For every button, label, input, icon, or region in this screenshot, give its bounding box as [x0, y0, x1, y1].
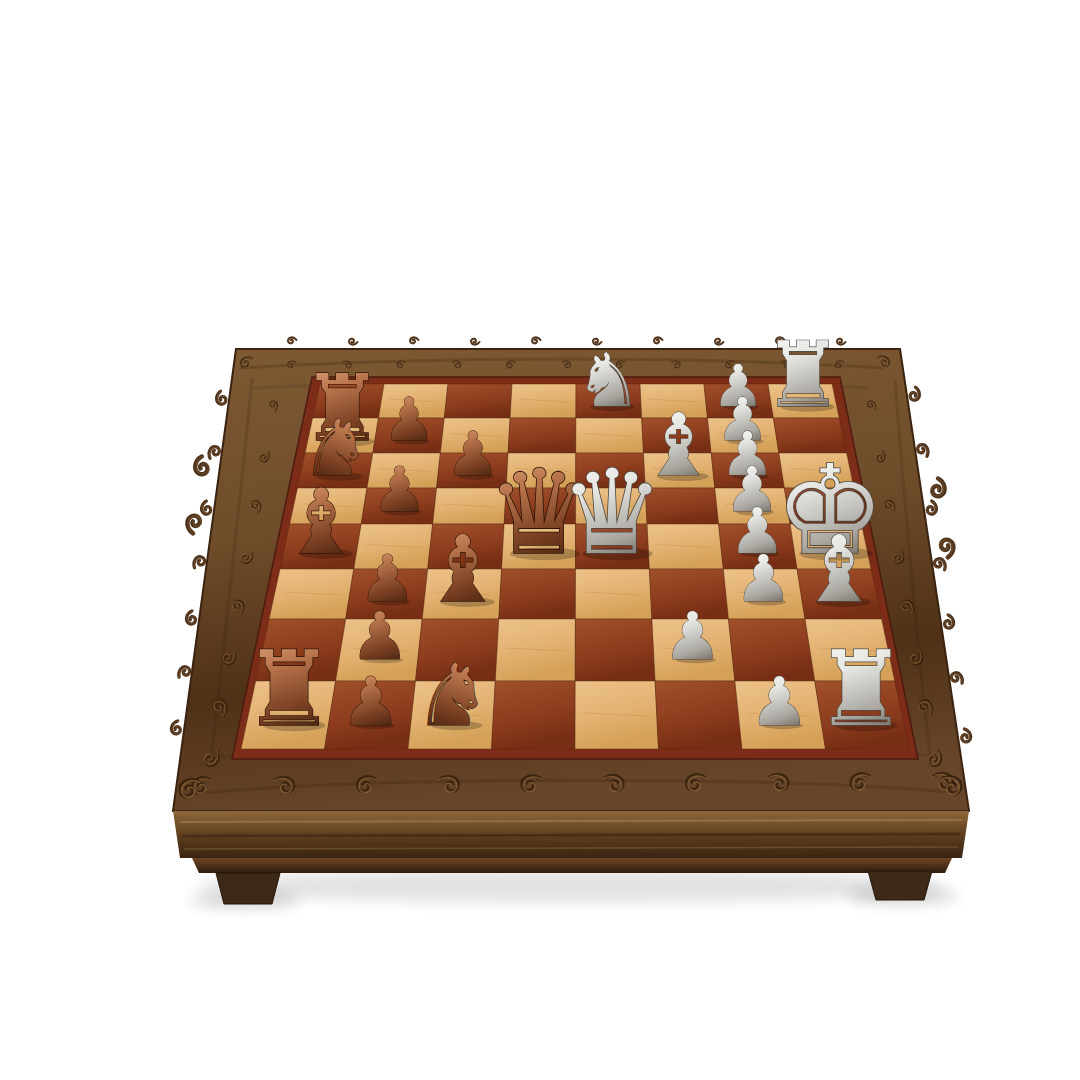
piece-silver-pawn-g1: ♟ — [749, 663, 809, 741]
piece-silver-rook-h8: ♜ — [763, 323, 844, 427]
piece-copper-bishop-a4: ♝ — [281, 470, 361, 574]
square-f1 — [655, 681, 742, 749]
piece-copper-pawn-b1: ♟ — [341, 663, 401, 741]
ground-shadow — [190, 869, 958, 908]
piece-copper-pawn-b7: ♟ — [382, 385, 435, 454]
piece-silver-bishop-h3: ♝ — [798, 516, 880, 623]
square-c8 — [444, 384, 512, 418]
piece-copper-pawn-b5: ♟ — [372, 454, 427, 526]
square-d1 — [492, 681, 576, 749]
piece-silver-queen-e4: ♛ — [560, 444, 665, 581]
piece-copper-knight-c1: ♞ — [414, 645, 491, 745]
piece-silver-pawn-g3: ♟ — [735, 541, 793, 616]
piece-copper-bishop-c3: ♝ — [422, 516, 504, 623]
board-foot-left — [216, 873, 280, 904]
board-foot-right — [868, 871, 932, 900]
piece-silver-knight-e8: ♞ — [575, 337, 642, 423]
piece-copper-rook-a1: ♜ — [243, 628, 336, 750]
chess-board: ♞♟♜♜♟♟♞♟♝♟♟♟♝♛♛♟♚♟♝♟♝♟♟♜♟♞♟♜ — [40, 16, 1080, 1080]
piece-silver-rook-h1: ♜ — [814, 628, 907, 750]
piece-silver-pawn-f2: ♟ — [663, 598, 722, 675]
square-e2 — [575, 619, 655, 681]
chess-set-photo: ♞♟♜♜♟♟♞♟♝♟♟♟♝♛♛♟♚♟♝♟♝♟♟♜♟♞♟♜ Handcrafted… — [40, 16, 1080, 1080]
